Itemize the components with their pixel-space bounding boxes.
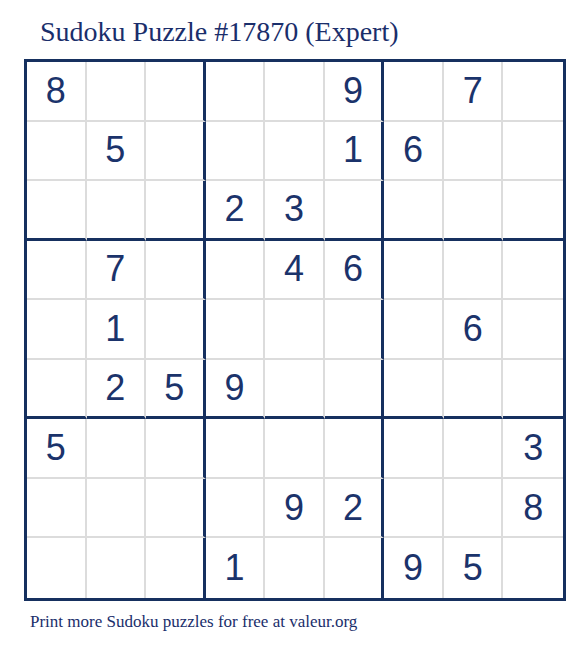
sudoku-cell-empty <box>325 300 385 360</box>
sudoku-cell-empty <box>444 360 504 420</box>
sudoku-cell-empty <box>503 360 563 420</box>
sudoku-cell-given: 4 <box>265 241 325 301</box>
sudoku-cell-empty <box>384 360 444 420</box>
sudoku-cell-empty <box>265 300 325 360</box>
sudoku-cell-empty <box>384 419 444 479</box>
sudoku-cell-given: 2 <box>325 479 385 539</box>
sudoku-cell-given: 2 <box>206 181 266 241</box>
sudoku-cell-empty <box>444 419 504 479</box>
sudoku-cell-empty <box>27 122 87 182</box>
sudoku-cell-given: 2 <box>87 360 147 420</box>
sudoku-cell-empty <box>87 538 147 598</box>
sudoku-cell-given: 9 <box>384 538 444 598</box>
sudoku-cell-empty <box>206 300 266 360</box>
sudoku-cell-empty <box>27 479 87 539</box>
sudoku-cell-empty <box>146 122 206 182</box>
sudoku-cell-empty <box>27 300 87 360</box>
sudoku-cell-empty <box>444 241 504 301</box>
sudoku-cell-empty <box>87 479 147 539</box>
sudoku-cell-empty <box>206 419 266 479</box>
sudoku-cell-given: 1 <box>325 122 385 182</box>
sudoku-cell-empty <box>206 62 266 122</box>
sudoku-cell-empty <box>384 300 444 360</box>
sudoku-cell-empty <box>146 300 206 360</box>
sudoku-cell-empty <box>27 538 87 598</box>
sudoku-cell-empty <box>265 360 325 420</box>
sudoku-cell-given: 8 <box>503 479 563 539</box>
sudoku-cell-given: 5 <box>146 360 206 420</box>
sudoku-cell-given: 7 <box>444 62 504 122</box>
sudoku-cell-given: 7 <box>87 241 147 301</box>
sudoku-cell-empty <box>503 62 563 122</box>
sudoku-cell-given: 1 <box>87 300 147 360</box>
sudoku-cell-empty <box>444 181 504 241</box>
sudoku-cell-empty <box>206 241 266 301</box>
footer-text: Print more Sudoku puzzles for free at va… <box>30 612 357 632</box>
sudoku-cell-empty <box>444 122 504 182</box>
sudoku-cell-empty <box>265 122 325 182</box>
sudoku-cell-empty <box>265 62 325 122</box>
sudoku-cell-empty <box>146 241 206 301</box>
sudoku-cell-empty <box>27 241 87 301</box>
sudoku-page: Sudoku Puzzle #17870 (Expert) 8975162374… <box>0 0 580 651</box>
sudoku-cell-empty <box>384 241 444 301</box>
sudoku-cell-given: 9 <box>206 360 266 420</box>
sudoku-cell-empty <box>503 122 563 182</box>
sudoku-cell-given: 1 <box>206 538 266 598</box>
sudoku-cell-empty <box>384 62 444 122</box>
sudoku-cell-empty <box>265 538 325 598</box>
page-title: Sudoku Puzzle #17870 (Expert) <box>40 16 399 48</box>
sudoku-cell-empty <box>325 419 385 479</box>
sudoku-cell-empty <box>325 360 385 420</box>
sudoku-cell-empty <box>27 181 87 241</box>
sudoku-cell-given: 5 <box>87 122 147 182</box>
sudoku-cell-empty <box>444 479 504 539</box>
sudoku-cell-given: 8 <box>27 62 87 122</box>
sudoku-cell-empty <box>325 538 385 598</box>
sudoku-cell-given: 5 <box>27 419 87 479</box>
sudoku-cell-given: 6 <box>325 241 385 301</box>
sudoku-cell-empty <box>503 241 563 301</box>
sudoku-cell-empty <box>146 538 206 598</box>
sudoku-cell-empty <box>146 479 206 539</box>
sudoku-cell-empty <box>503 538 563 598</box>
sudoku-cell-given: 6 <box>384 122 444 182</box>
sudoku-cell-empty <box>27 360 87 420</box>
sudoku-cell-empty <box>87 181 147 241</box>
sudoku-cell-empty <box>146 181 206 241</box>
sudoku-cell-given: 3 <box>265 181 325 241</box>
sudoku-cell-empty <box>206 479 266 539</box>
sudoku-cell-empty <box>87 62 147 122</box>
sudoku-cell-given: 9 <box>325 62 385 122</box>
sudoku-cell-empty <box>206 122 266 182</box>
sudoku-cell-given: 6 <box>444 300 504 360</box>
sudoku-board: 897516237461625953928195 <box>24 59 566 601</box>
sudoku-cell-empty <box>503 300 563 360</box>
sudoku-cell-given: 9 <box>265 479 325 539</box>
sudoku-cell-empty <box>265 419 325 479</box>
sudoku-cell-given: 5 <box>444 538 504 598</box>
sudoku-cell-empty <box>384 479 444 539</box>
sudoku-cell-empty <box>146 62 206 122</box>
sudoku-cell-empty <box>87 419 147 479</box>
sudoku-cell-given: 3 <box>503 419 563 479</box>
sudoku-cell-empty <box>384 181 444 241</box>
sudoku-cell-empty <box>503 181 563 241</box>
sudoku-cell-empty <box>325 181 385 241</box>
sudoku-cell-empty <box>146 419 206 479</box>
